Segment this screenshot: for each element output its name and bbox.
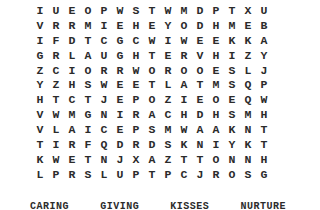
grid-cell[interactable]: C xyxy=(160,107,176,122)
grid-cell[interactable]: P xyxy=(208,3,224,18)
grid-cell[interactable]: K xyxy=(224,33,240,48)
grid-cell[interactable]: Q xyxy=(240,92,256,107)
word-list-item: GIVING xyxy=(100,201,139,210)
grid-cell[interactable]: X xyxy=(128,152,144,167)
grid-cell[interactable]: A xyxy=(80,48,96,63)
grid-cell[interactable]: L xyxy=(96,167,112,182)
grid-cell[interactable]: C xyxy=(48,63,64,78)
grid-cell[interactable]: Y xyxy=(32,77,48,92)
grid-cell[interactable]: T xyxy=(224,3,240,18)
grid-cell[interactable]: W xyxy=(128,63,144,78)
grid-cell[interactable]: I xyxy=(224,48,240,63)
grid-cell[interactable]: F xyxy=(80,137,96,152)
grid-cell[interactable]: Z xyxy=(160,152,176,167)
grid-cell[interactable]: S xyxy=(80,77,96,92)
grid-cell[interactable]: S xyxy=(224,63,240,78)
grid-cell[interactable]: E xyxy=(144,18,160,33)
grid-cell[interactable]: W xyxy=(96,77,112,92)
grid-cell[interactable]: O xyxy=(176,63,192,78)
grid-cell[interactable]: P xyxy=(160,167,176,182)
grid-cell[interactable]: L xyxy=(160,77,176,92)
grid-cell[interactable]: G xyxy=(32,48,48,63)
grid-cell[interactable]: D xyxy=(64,33,80,48)
grid-cell[interactable]: R xyxy=(64,18,80,33)
grid-cell[interactable]: E xyxy=(160,48,176,63)
grid-cell[interactable]: H xyxy=(176,107,192,122)
grid-cell[interactable]: E xyxy=(224,92,240,107)
grid-cell[interactable]: T xyxy=(192,152,208,167)
grid-cell[interactable]: E xyxy=(112,122,128,137)
grid-cell[interactable]: R xyxy=(128,107,144,122)
grid-cell[interactable]: Y xyxy=(256,48,272,63)
grid-cell[interactable]: E xyxy=(64,3,80,18)
grid-cell[interactable]: I xyxy=(48,137,64,152)
grid-cell[interactable]: V xyxy=(32,18,48,33)
grid-cell[interactable]: E xyxy=(240,18,256,33)
grid-cell[interactable]: C xyxy=(96,122,112,137)
grid-cell[interactable]: O xyxy=(208,152,224,167)
grid-cell[interactable]: A xyxy=(144,152,160,167)
grid-cell[interactable]: M xyxy=(176,3,192,18)
grid-cell[interactable]: T xyxy=(144,3,160,18)
grid-cell[interactable]: R xyxy=(176,48,192,63)
grid-cell[interactable]: I xyxy=(32,33,48,48)
grid-cell[interactable]: N xyxy=(96,152,112,167)
grid-cell[interactable]: S xyxy=(128,3,144,18)
grid-cell[interactable]: W xyxy=(176,33,192,48)
grid-cell[interactable]: E xyxy=(128,77,144,92)
grid-cell[interactable]: R xyxy=(64,167,80,182)
grid-cell[interactable]: D xyxy=(192,18,208,33)
grid-cell[interactable]: Z xyxy=(240,48,256,63)
grid-cell[interactable]: D xyxy=(192,3,208,18)
grid-cell[interactable]: P xyxy=(128,122,144,137)
grid-cell[interactable]: E xyxy=(192,92,208,107)
grid-cell[interactable]: I xyxy=(96,18,112,33)
grid-cell[interactable]: N xyxy=(96,107,112,122)
grid-cell[interactable]: H xyxy=(256,107,272,122)
grid-cell[interactable]: I xyxy=(112,107,128,122)
grid-cell[interactable]: A xyxy=(64,122,80,137)
grid-cell[interactable]: V xyxy=(32,122,48,137)
grid-cell[interactable]: W xyxy=(144,33,160,48)
grid-cell[interactable]: O xyxy=(144,63,160,78)
word-list-item: CARING xyxy=(30,201,69,210)
word-list: CARINGGIVINGKISSESNURTURE xyxy=(30,201,286,210)
grid-cell[interactable]: D xyxy=(192,107,208,122)
grid-cell[interactable]: H xyxy=(208,18,224,33)
grid-cell[interactable]: S xyxy=(240,167,256,182)
grid-cell[interactable]: R xyxy=(128,137,144,152)
grid-cell[interactable]: A xyxy=(176,77,192,92)
grid-cell[interactable]: U xyxy=(96,48,112,63)
grid-cell[interactable]: S xyxy=(80,167,96,182)
grid-cell[interactable]: G xyxy=(112,48,128,63)
grid-cell[interactable]: V xyxy=(192,48,208,63)
grid-cell[interactable]: I xyxy=(176,92,192,107)
grid-cell[interactable]: O xyxy=(208,92,224,107)
grid-cell[interactable]: L xyxy=(64,48,80,63)
grid-cell[interactable]: T xyxy=(144,48,160,63)
grid-cell[interactable]: C xyxy=(176,167,192,182)
grid-cell[interactable]: Y xyxy=(224,137,240,152)
grid-cell[interactable]: C xyxy=(96,33,112,48)
grid-cell[interactable]: Z xyxy=(32,63,48,78)
grid-cell[interactable]: A xyxy=(256,33,272,48)
grid-cell[interactable]: J xyxy=(256,63,272,78)
grid-cell[interactable]: I xyxy=(64,63,80,78)
grid-cell[interactable]: P xyxy=(128,167,144,182)
grid-cell[interactable]: R xyxy=(64,137,80,152)
grid-cell[interactable]: M xyxy=(160,122,176,137)
grid-cell[interactable]: E xyxy=(112,77,128,92)
grid-cell[interactable]: N xyxy=(240,152,256,167)
grid-cell[interactable]: S xyxy=(144,122,160,137)
grid-cell[interactable]: I xyxy=(80,122,96,137)
grid-cell[interactable]: T xyxy=(144,167,160,182)
grid-cell[interactable]: W xyxy=(48,107,64,122)
grid-cell[interactable]: P xyxy=(256,77,272,92)
grid-cell[interactable]: A xyxy=(144,107,160,122)
grid-cell[interactable]: U xyxy=(256,3,272,18)
grid-cell[interactable]: E xyxy=(192,33,208,48)
grid-cell[interactable]: T xyxy=(176,152,192,167)
grid-cell[interactable]: P xyxy=(48,167,64,182)
grid-cell[interactable]: A xyxy=(208,122,224,137)
grid-cell[interactable]: O xyxy=(192,63,208,78)
grid-cell[interactable]: R xyxy=(48,18,64,33)
grid-cell[interactable]: S xyxy=(224,107,240,122)
grid-cell[interactable]: R xyxy=(48,48,64,63)
grid-cell[interactable]: T xyxy=(256,122,272,137)
grid-cell[interactable]: Z xyxy=(48,77,64,92)
grid-cell[interactable]: O xyxy=(176,18,192,33)
grid-cell[interactable]: L xyxy=(48,122,64,137)
grid-cell[interactable]: P xyxy=(96,3,112,18)
grid-cell[interactable]: W xyxy=(48,152,64,167)
grid-cell[interactable]: O xyxy=(224,167,240,182)
grid-cell[interactable]: W xyxy=(176,122,192,137)
grid-cell[interactable]: V xyxy=(32,107,48,122)
grid-cell[interactable]: R xyxy=(112,63,128,78)
grid-cell[interactable]: M xyxy=(208,77,224,92)
grid-cell[interactable]: R xyxy=(160,63,176,78)
grid-cell[interactable]: A xyxy=(192,122,208,137)
grid-cell[interactable]: H xyxy=(208,48,224,63)
grid-cell[interactable]: M xyxy=(80,18,96,33)
grid-cell[interactable]: C xyxy=(64,92,80,107)
grid-cell[interactable]: K xyxy=(224,122,240,137)
grid-cell[interactable]: T xyxy=(144,77,160,92)
grid-cell[interactable]: G xyxy=(112,33,128,48)
grid-cell[interactable]: O xyxy=(80,63,96,78)
grid-cell[interactable]: J xyxy=(192,167,208,182)
grid-cell[interactable]: C xyxy=(128,33,144,48)
word-list-item: NURTURE xyxy=(240,201,286,210)
grid-cell[interactable]: D xyxy=(112,137,128,152)
grid-cell[interactable]: I xyxy=(32,3,48,18)
grid-cell[interactable]: F xyxy=(48,33,64,48)
grid-cell[interactable]: X xyxy=(240,3,256,18)
grid-cell[interactable]: J xyxy=(96,92,112,107)
grid-cell[interactable]: E xyxy=(112,18,128,33)
grid-cell[interactable]: B xyxy=(256,18,272,33)
grid-cell[interactable]: L xyxy=(240,63,256,78)
grid-cell[interactable]: T xyxy=(192,77,208,92)
grid-cell[interactable]: K xyxy=(32,152,48,167)
grid-cell[interactable]: T xyxy=(80,92,96,107)
grid-cell[interactable]: K xyxy=(240,33,256,48)
grid-cell[interactable]: H xyxy=(32,92,48,107)
grid-cell[interactable]: H xyxy=(64,77,80,92)
grid-cell[interactable]: W xyxy=(112,3,128,18)
grid-cell[interactable]: K xyxy=(176,137,192,152)
grid-cell[interactable]: N xyxy=(192,137,208,152)
word-search-board: IUEOPWSTWMDPTXUVRRMIEHEYODHMEBIFDTCGCWIW… xyxy=(32,3,272,182)
grid-cell[interactable]: R xyxy=(96,63,112,78)
grid-cell[interactable]: S xyxy=(160,137,176,152)
grid-cell[interactable]: E xyxy=(64,152,80,167)
grid-cell[interactable]: U xyxy=(48,3,64,18)
grid-cell[interactable]: I xyxy=(208,137,224,152)
grid-cell[interactable]: Q xyxy=(240,77,256,92)
grid-cell[interactable]: E xyxy=(208,63,224,78)
grid-cell[interactable]: P xyxy=(128,92,144,107)
word-list-item: KISSES xyxy=(170,201,209,210)
grid-cell[interactable]: T xyxy=(80,152,96,167)
grid-cell[interactable]: M xyxy=(224,18,240,33)
grid-cell[interactable]: M xyxy=(64,107,80,122)
grid-cell[interactable]: T xyxy=(32,137,48,152)
grid-cell[interactable]: O xyxy=(80,3,96,18)
grid-cell[interactable]: O xyxy=(144,92,160,107)
grid-cell[interactable]: U xyxy=(112,167,128,182)
grid-cell[interactable]: M xyxy=(240,107,256,122)
grid-cell[interactable]: W xyxy=(160,3,176,18)
grid-cell[interactable]: R xyxy=(208,167,224,182)
grid-cell[interactable]: D xyxy=(144,137,160,152)
grid-cell[interactable]: W xyxy=(256,92,272,107)
grid-cell[interactable]: H xyxy=(208,107,224,122)
grid-cell[interactable]: N xyxy=(224,152,240,167)
grid-cell[interactable]: L xyxy=(32,167,48,182)
grid-cell[interactable]: H xyxy=(128,18,144,33)
grid-cell[interactable]: H xyxy=(256,152,272,167)
grid-cell[interactable]: G xyxy=(80,107,96,122)
grid-cell[interactable]: T xyxy=(80,33,96,48)
grid-cell[interactable]: N xyxy=(240,122,256,137)
grid-cell[interactable]: T xyxy=(256,137,272,152)
grid-cell[interactable]: K xyxy=(240,137,256,152)
grid-cell[interactable]: I xyxy=(160,33,176,48)
grid-cell[interactable]: S xyxy=(224,77,240,92)
grid-cell[interactable]: J xyxy=(112,152,128,167)
grid-cell[interactable]: Q xyxy=(96,137,112,152)
grid-cell[interactable]: T xyxy=(48,92,64,107)
grid-cell[interactable]: E xyxy=(112,92,128,107)
grid-cell[interactable]: H xyxy=(128,48,144,63)
grid-cell[interactable]: G xyxy=(256,167,272,182)
grid-cell[interactable]: E xyxy=(208,33,224,48)
grid-cell[interactable]: Y xyxy=(160,18,176,33)
grid-cell[interactable]: Z xyxy=(160,92,176,107)
